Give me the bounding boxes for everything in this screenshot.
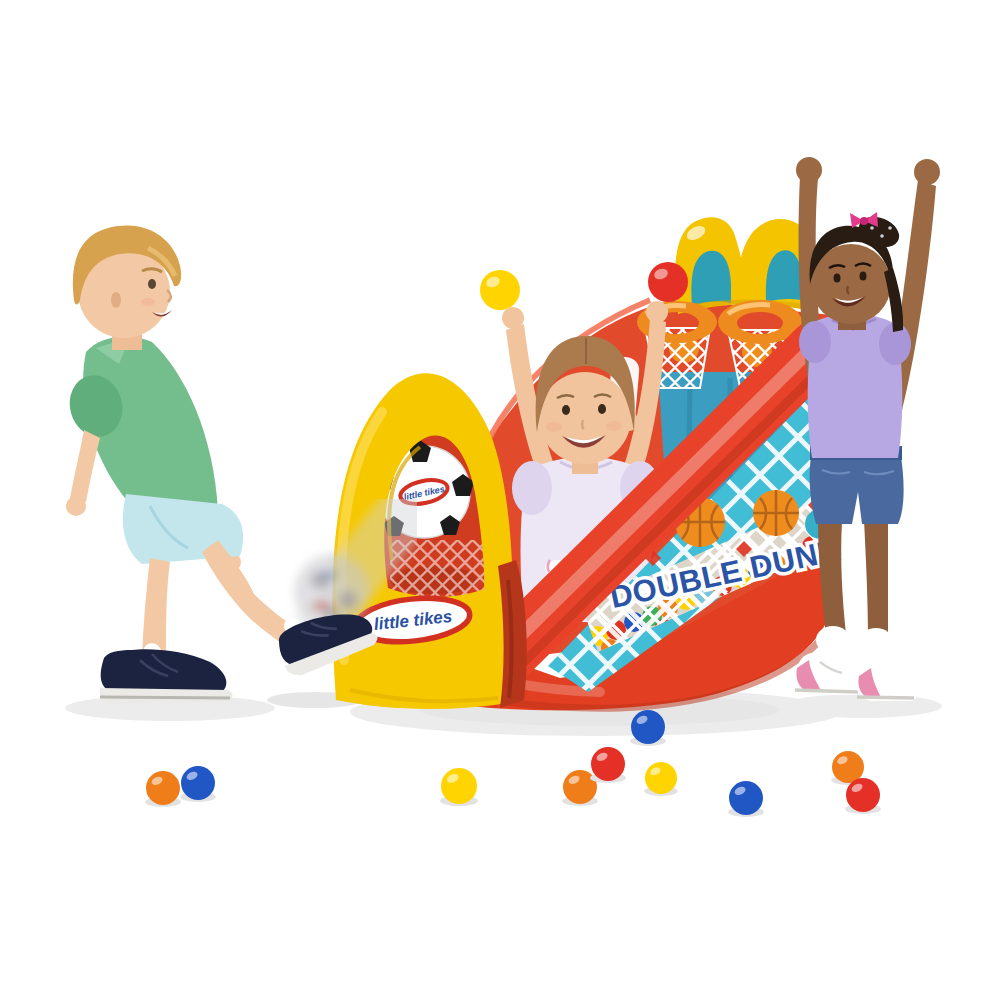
floor-ball xyxy=(832,751,864,783)
girl-right-fist-right xyxy=(914,159,940,185)
floor-ball xyxy=(645,762,677,794)
floor-ball xyxy=(846,778,880,812)
girl-right-shoe-right xyxy=(857,661,920,701)
floor-ball xyxy=(729,781,763,815)
crown-backboard xyxy=(675,217,815,314)
floor-ball xyxy=(563,770,597,804)
floor-ball xyxy=(146,771,180,805)
floor-ball xyxy=(631,710,665,744)
photo-illustration: DOUBLE DUNK little tikes xyxy=(0,0,1000,1000)
boy-left xyxy=(63,225,380,704)
printed-basketball-2 xyxy=(753,490,799,536)
boy-shoe-left xyxy=(100,649,233,704)
held-ball-yellow xyxy=(480,270,520,310)
floor-ball xyxy=(181,766,215,800)
product-photo: DOUBLE DUNK little tikes xyxy=(0,0,1000,1000)
held-ball-red xyxy=(648,262,688,302)
girl-right-shoe-left xyxy=(795,653,864,695)
floor-ball xyxy=(441,768,477,804)
floor-ball xyxy=(591,747,625,781)
girl-right-fist-left xyxy=(796,157,822,183)
